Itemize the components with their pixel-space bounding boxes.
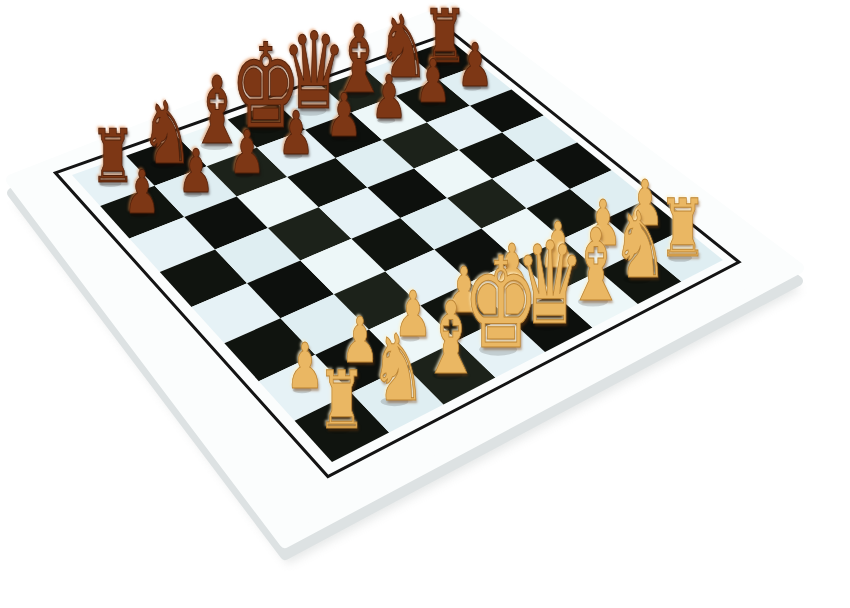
marble-chess-set-photo: ♜♞♟♝♟♛♟♚♟♝♟♞♟♜♟♟♟♟♜♟♞♟♝♟♛♟♚♟♝♟♞♜ (0, 0, 850, 608)
chess-board (0, 0, 850, 608)
